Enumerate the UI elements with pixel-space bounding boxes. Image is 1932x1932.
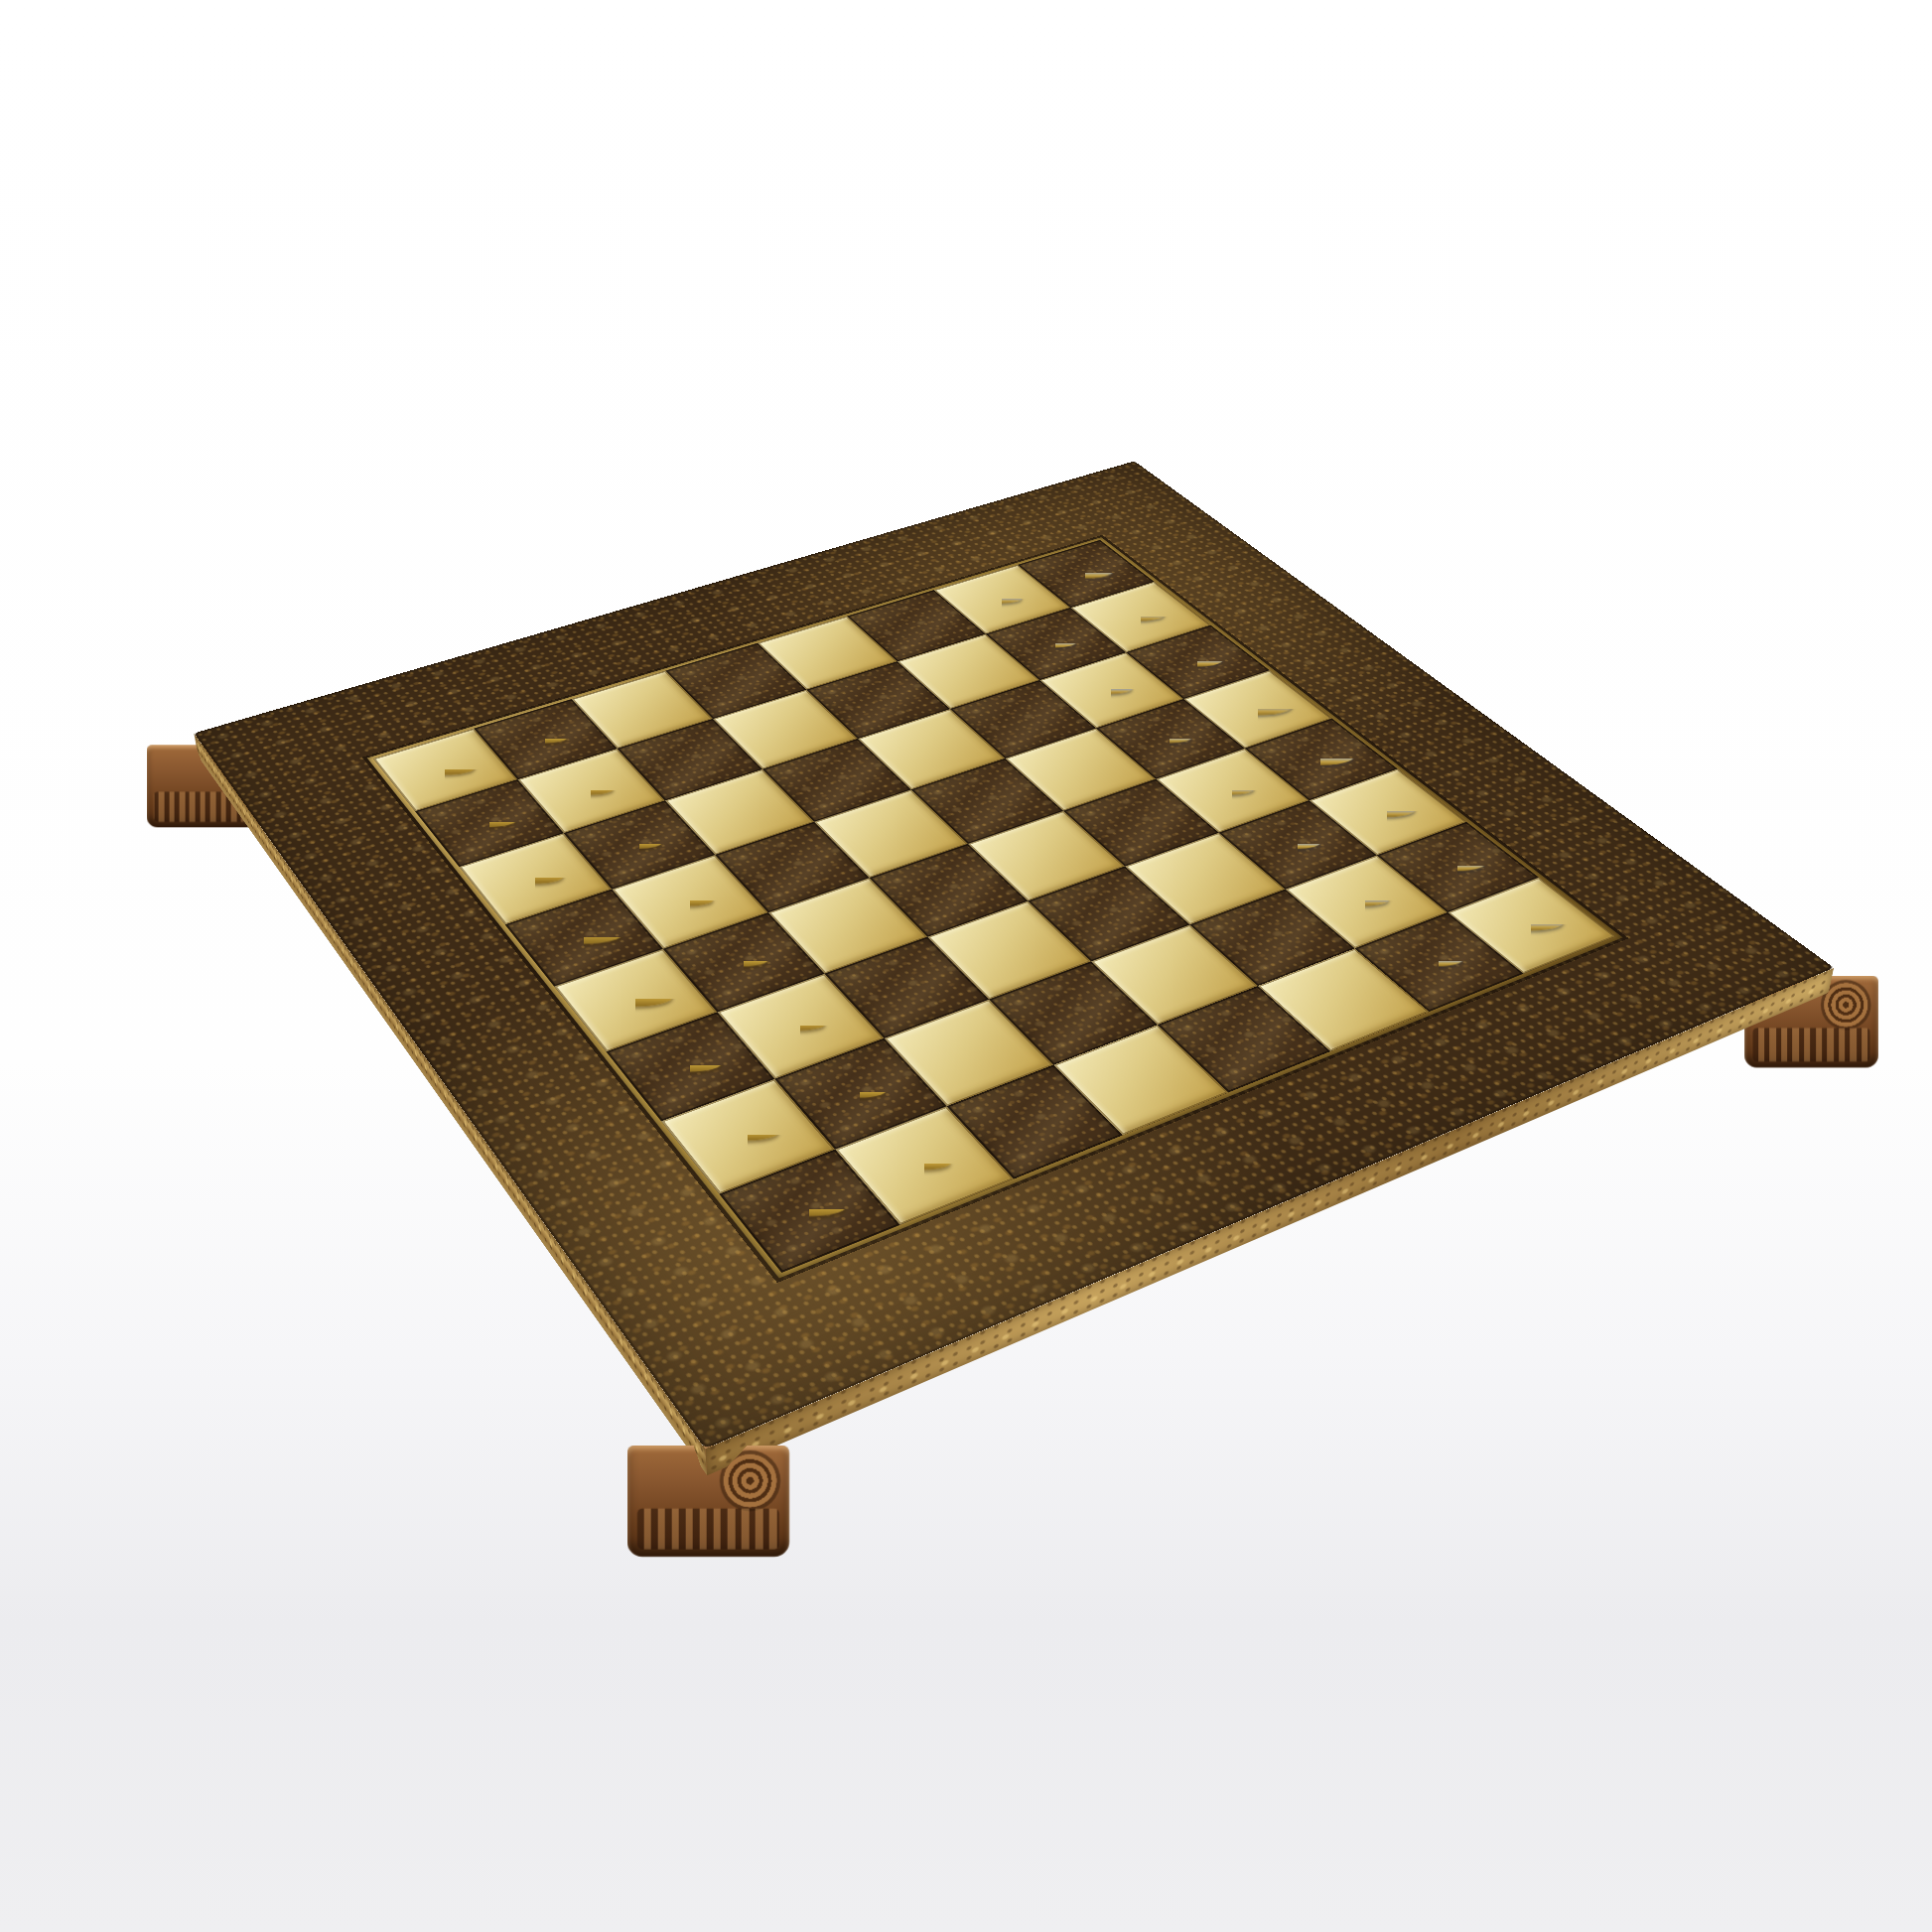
chessboard: ♜♟♟♜♞♟♟♞♝♟♟♝♚♟♟♚♛♟♟♛♝♟♟♝♞♟♟♞♜♟♟♜ bbox=[194, 461, 1834, 1449]
silver-rook-icon: ♜ bbox=[1484, 819, 1579, 924]
silver-pawn-icon: ♟ bbox=[1199, 716, 1265, 789]
silver-pawn-icon: ♟ bbox=[1138, 667, 1202, 739]
silver-pawn-icon: ♟ bbox=[1025, 575, 1086, 643]
gold-rook-icon: ♜ bbox=[756, 1090, 862, 1209]
silver-pawn-icon: ♟ bbox=[1264, 768, 1331, 844]
silver-pawn-icon: ♟ bbox=[1080, 620, 1143, 689]
silver-pawn-icon: ♟ bbox=[1403, 882, 1474, 961]
silver-pawn-icon: ♟ bbox=[1331, 823, 1401, 900]
square-d5[interactable] bbox=[968, 811, 1125, 901]
gold-pawn-icon: ♟ bbox=[885, 1077, 963, 1165]
studio-background: ♜♟♟♜♞♟♟♞♝♟♟♝♚♟♟♚♛♟♟♛♝♟♟♝♞♟♟♞♜♟♟♜ bbox=[0, 0, 1932, 1932]
square-a5[interactable] bbox=[1158, 986, 1330, 1092]
silver-pawn-icon: ♟ bbox=[972, 532, 1032, 599]
